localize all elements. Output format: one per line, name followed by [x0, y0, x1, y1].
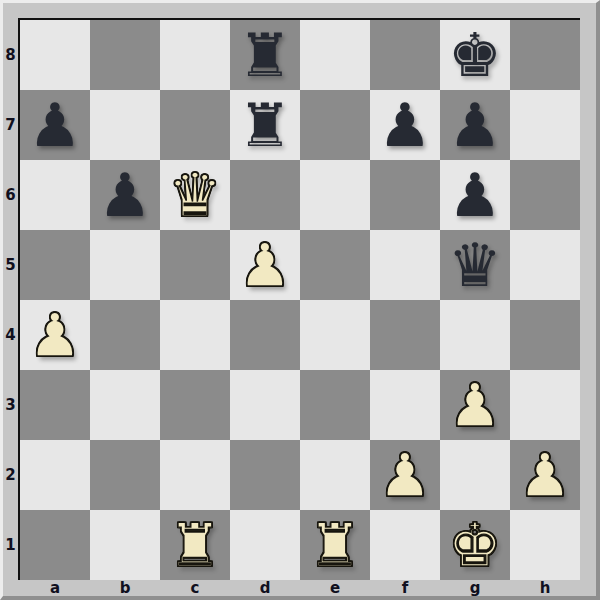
- square-h5[interactable]: [510, 230, 580, 300]
- piece-white-pawn-d5[interactable]: ♟: [238, 230, 292, 300]
- square-h8[interactable]: [510, 20, 580, 90]
- rank-label-6: 6: [3, 160, 18, 230]
- square-c7[interactable]: [160, 90, 230, 160]
- square-e7[interactable]: [300, 90, 370, 160]
- square-f2[interactable]: ♟: [370, 440, 440, 510]
- piece-black-king-g8[interactable]: ♚: [448, 20, 502, 90]
- square-d2[interactable]: [230, 440, 300, 510]
- square-e5[interactable]: [300, 230, 370, 300]
- piece-black-pawn-f7[interactable]: ♟: [378, 90, 432, 160]
- square-g8[interactable]: ♚: [440, 20, 510, 90]
- square-d6[interactable]: [230, 160, 300, 230]
- square-e6[interactable]: [300, 160, 370, 230]
- square-c1[interactable]: ♜: [160, 510, 230, 580]
- piece-black-pawn-g6[interactable]: ♟: [448, 160, 502, 230]
- square-a1[interactable]: [20, 510, 90, 580]
- piece-black-pawn-a7[interactable]: ♟: [28, 90, 82, 160]
- square-d1[interactable]: [230, 510, 300, 580]
- piece-black-rook-d8[interactable]: ♜: [238, 20, 292, 90]
- square-f6[interactable]: [370, 160, 440, 230]
- square-h2[interactable]: ♟: [510, 440, 580, 510]
- square-c6[interactable]: ♛: [160, 160, 230, 230]
- square-h1[interactable]: [510, 510, 580, 580]
- square-d7[interactable]: ♜: [230, 90, 300, 160]
- square-d4[interactable]: [230, 300, 300, 370]
- square-f7[interactable]: ♟: [370, 90, 440, 160]
- piece-white-pawn-h2[interactable]: ♟: [518, 440, 572, 510]
- file-label-f: f: [370, 580, 440, 596]
- square-a5[interactable]: [20, 230, 90, 300]
- chess-board-frame: 87654321 ♜♚♟♜♟♟♟♛♟♟♛♟♟♟♟♜♜♚ abcdefgh: [0, 0, 600, 600]
- square-b1[interactable]: [90, 510, 160, 580]
- square-h6[interactable]: [510, 160, 580, 230]
- file-label-c: c: [160, 580, 230, 596]
- square-d5[interactable]: ♟: [230, 230, 300, 300]
- rank-label-1: 1: [3, 510, 18, 580]
- piece-black-pawn-g7[interactable]: ♟: [448, 90, 502, 160]
- square-c3[interactable]: [160, 370, 230, 440]
- rank-label-7: 7: [3, 90, 18, 160]
- square-b5[interactable]: [90, 230, 160, 300]
- rank-labels: 87654321: [3, 20, 18, 580]
- file-label-e: e: [300, 580, 370, 596]
- piece-black-rook-d7[interactable]: ♜: [238, 90, 292, 160]
- piece-white-pawn-f2[interactable]: ♟: [378, 440, 432, 510]
- square-g7[interactable]: ♟: [440, 90, 510, 160]
- file-label-b: b: [90, 580, 160, 596]
- square-c5[interactable]: [160, 230, 230, 300]
- square-g5[interactable]: ♛: [440, 230, 510, 300]
- square-f5[interactable]: [370, 230, 440, 300]
- square-a3[interactable]: [20, 370, 90, 440]
- piece-white-rook-c1[interactable]: ♜: [168, 510, 222, 580]
- rank-label-3: 3: [3, 370, 18, 440]
- square-g2[interactable]: [440, 440, 510, 510]
- square-a2[interactable]: [20, 440, 90, 510]
- square-e2[interactable]: [300, 440, 370, 510]
- square-a4[interactable]: ♟: [20, 300, 90, 370]
- piece-white-pawn-g3[interactable]: ♟: [448, 370, 502, 440]
- square-h7[interactable]: [510, 90, 580, 160]
- square-e4[interactable]: [300, 300, 370, 370]
- square-a6[interactable]: [20, 160, 90, 230]
- square-d3[interactable]: [230, 370, 300, 440]
- file-label-h: h: [510, 580, 580, 596]
- piece-white-king-g1[interactable]: ♚: [448, 510, 502, 580]
- square-f8[interactable]: [370, 20, 440, 90]
- piece-white-queen-c6[interactable]: ♛: [168, 160, 222, 230]
- piece-black-pawn-b6[interactable]: ♟: [98, 160, 152, 230]
- square-c8[interactable]: [160, 20, 230, 90]
- square-e1[interactable]: ♜: [300, 510, 370, 580]
- square-f3[interactable]: [370, 370, 440, 440]
- file-labels: abcdefgh: [20, 580, 580, 596]
- square-b8[interactable]: [90, 20, 160, 90]
- square-h3[interactable]: [510, 370, 580, 440]
- file-label-g: g: [440, 580, 510, 596]
- file-label-d: d: [230, 580, 300, 596]
- rank-label-4: 4: [3, 300, 18, 370]
- square-c2[interactable]: [160, 440, 230, 510]
- square-f1[interactable]: [370, 510, 440, 580]
- square-g4[interactable]: [440, 300, 510, 370]
- file-label-a: a: [20, 580, 90, 596]
- rank-label-2: 2: [3, 440, 18, 510]
- square-g6[interactable]: ♟: [440, 160, 510, 230]
- piece-white-rook-e1[interactable]: ♜: [308, 510, 362, 580]
- square-d8[interactable]: ♜: [230, 20, 300, 90]
- square-b3[interactable]: [90, 370, 160, 440]
- piece-black-queen-g5[interactable]: ♛: [448, 230, 502, 300]
- square-h4[interactable]: [510, 300, 580, 370]
- square-b2[interactable]: [90, 440, 160, 510]
- square-g1[interactable]: ♚: [440, 510, 510, 580]
- square-e8[interactable]: [300, 20, 370, 90]
- chess-board: ♜♚♟♜♟♟♟♛♟♟♛♟♟♟♟♜♜♚: [18, 18, 580, 580]
- square-b7[interactable]: [90, 90, 160, 160]
- square-a8[interactable]: [20, 20, 90, 90]
- square-a7[interactable]: ♟: [20, 90, 90, 160]
- square-b4[interactable]: [90, 300, 160, 370]
- rank-label-8: 8: [3, 20, 18, 90]
- rank-label-5: 5: [3, 230, 18, 300]
- square-f4[interactable]: [370, 300, 440, 370]
- square-c4[interactable]: [160, 300, 230, 370]
- square-b6[interactable]: ♟: [90, 160, 160, 230]
- square-e3[interactable]: [300, 370, 370, 440]
- square-g3[interactable]: ♟: [440, 370, 510, 440]
- piece-white-pawn-a4[interactable]: ♟: [28, 300, 82, 370]
